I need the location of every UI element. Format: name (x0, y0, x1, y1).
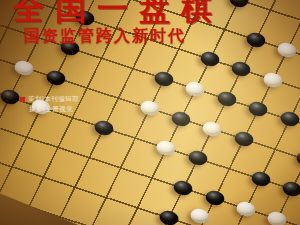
stone-white (276, 41, 297, 59)
stone-black (153, 70, 174, 88)
stone-black (296, 150, 300, 168)
credits-block: 策划|本刊编辑部 摄影|全景视觉 (20, 94, 79, 114)
stone-black (170, 110, 191, 128)
stone-white (13, 59, 34, 77)
stone-white (185, 80, 206, 98)
stone-black (247, 100, 268, 118)
stone-black (204, 189, 225, 207)
credits-line-1: 策划|本刊编辑部 (20, 94, 79, 104)
stone-black (173, 179, 194, 197)
stone-white (267, 210, 288, 225)
stone-white (235, 200, 256, 218)
stone-black (158, 209, 179, 225)
stone-black (187, 150, 208, 168)
stone-white (262, 71, 283, 89)
stone-black (228, 0, 249, 9)
stone-white (202, 120, 223, 138)
stone-black (231, 60, 252, 78)
red-bullet-icon (20, 97, 25, 102)
stone-white (139, 99, 160, 117)
stone-black (199, 50, 220, 68)
stone-black (233, 130, 254, 148)
stone-white (156, 139, 177, 157)
stone-black (0, 88, 20, 106)
credits-text-1: 策划|本刊编辑部 (28, 94, 79, 104)
stone-black (245, 31, 266, 49)
stone-black (216, 90, 237, 108)
stone-black (250, 170, 271, 188)
stone-black (45, 69, 66, 87)
credits-line-2: 摄影|全景视觉 (29, 104, 79, 114)
stone-black (281, 180, 300, 198)
stone-black (279, 111, 300, 129)
stone-black (93, 119, 114, 137)
credits-text-2: 摄影|全景视觉 (29, 104, 73, 114)
stone-white (189, 207, 210, 225)
headline-subtitle: 国资监管跨入新时代 (24, 26, 186, 47)
magazine-cover-photo: 全国一盘棋 国资监管跨入新时代 策划|本刊编辑部 摄影|全景视觉 (0, 0, 300, 225)
